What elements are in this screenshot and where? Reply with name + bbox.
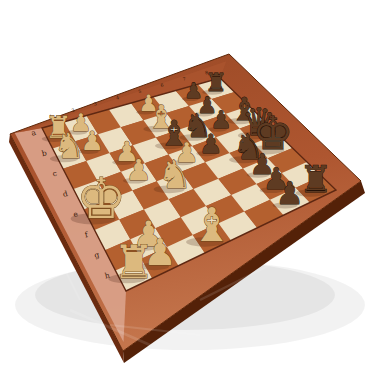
product-photo-canvas: abcdefgh12345678♜♟♟♟♝♝♟♟♛♞♜♝♚♟♟♞♞♟♟♟♟♞♟♜… (0, 0, 374, 374)
chess-scene: abcdefgh12345678♜♟♟♟♝♝♟♟♛♞♜♝♚♟♟♞♞♟♟♟♟♞♟♜… (0, 0, 374, 374)
piece-white-king-e1[interactable]: ♚ (76, 166, 126, 231)
piece-black-rook-h8[interactable]: ♜ (299, 158, 332, 201)
piece-white-knight-e4[interactable]: ♞ (158, 152, 193, 197)
piece-white-bishop-h4[interactable]: ♝ (191, 198, 233, 252)
piece-black-pawn-h7[interactable]: ♟ (276, 175, 304, 211)
piece-white-pawn-d3[interactable]: ♟ (126, 153, 152, 187)
piece-white-rook-h1[interactable]: ♜ (113, 235, 155, 289)
piece-black-pawn-d6[interactable]: ♟ (199, 129, 223, 159)
piece-white-knight-b1[interactable]: ♞ (54, 125, 85, 166)
